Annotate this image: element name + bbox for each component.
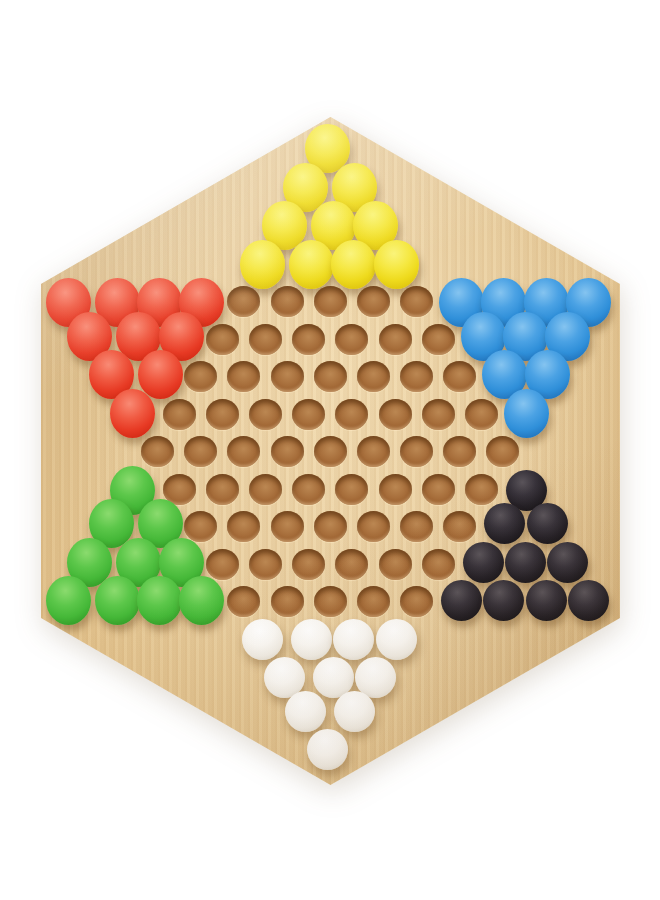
board-hole[interactable] [443, 511, 476, 542]
board-cell [93, 583, 136, 621]
board-cell [309, 508, 352, 546]
board-hole[interactable] [486, 436, 519, 467]
board-cell [395, 508, 438, 546]
white-peg[interactable] [334, 691, 375, 732]
blue-peg[interactable] [504, 389, 549, 438]
board-cell [244, 621, 287, 659]
board-cell [352, 658, 395, 696]
board-hole[interactable] [357, 361, 390, 392]
board-cell [222, 358, 265, 396]
board-cell [373, 246, 416, 284]
board-cell [352, 433, 395, 471]
board-cell [352, 583, 395, 621]
board-hole[interactable] [292, 474, 325, 505]
board-cell [373, 396, 416, 434]
board-cell [481, 433, 524, 471]
board-hole[interactable] [184, 361, 217, 392]
white-peg[interactable] [376, 619, 417, 660]
green-peg[interactable] [95, 576, 140, 625]
green-peg[interactable] [46, 576, 91, 625]
board-hole[interactable] [227, 361, 260, 392]
board-cell [352, 358, 395, 396]
board-cell [179, 583, 222, 621]
board-hole[interactable] [292, 324, 325, 355]
board-cell [481, 583, 524, 621]
board-cell [287, 321, 330, 359]
board-cell [265, 358, 308, 396]
black-peg[interactable] [568, 580, 609, 621]
board-cell [136, 358, 179, 396]
board-cell [352, 283, 395, 321]
board-cell [373, 471, 416, 509]
black-peg[interactable] [526, 580, 567, 621]
board-hole[interactable] [400, 511, 433, 542]
board-cell [481, 508, 524, 546]
white-peg[interactable] [242, 619, 283, 660]
board-hole[interactable] [271, 361, 304, 392]
board-hole[interactable] [379, 474, 412, 505]
board-cell [525, 583, 568, 621]
board-cell [525, 508, 568, 546]
board-cell [395, 433, 438, 471]
black-peg[interactable] [547, 542, 588, 583]
board-cell [287, 396, 330, 434]
board-hole[interactable] [465, 399, 498, 430]
board-cell [265, 208, 308, 246]
yellow-peg[interactable] [374, 240, 419, 289]
board-cell [222, 583, 265, 621]
board-cell [373, 621, 416, 659]
yellow-peg[interactable] [331, 240, 376, 289]
board-cell [50, 583, 93, 621]
black-peg[interactable] [484, 503, 525, 544]
board-hole[interactable] [443, 361, 476, 392]
board-cell [309, 733, 352, 771]
board-cell [201, 321, 244, 359]
board-hole[interactable] [335, 324, 368, 355]
board-hole[interactable] [227, 286, 260, 317]
board-cell [309, 358, 352, 396]
board-cell [287, 696, 330, 734]
board-cell [330, 471, 373, 509]
board-cell [438, 508, 481, 546]
white-peg[interactable] [333, 619, 374, 660]
board-hole[interactable] [314, 436, 347, 467]
board-cell [201, 471, 244, 509]
black-peg[interactable] [483, 580, 524, 621]
board-cell [309, 658, 352, 696]
board-hole[interactable] [335, 549, 368, 580]
board-hole[interactable] [422, 474, 455, 505]
board-grid [50, 133, 611, 771]
board-hole[interactable] [379, 399, 412, 430]
board-cell [438, 583, 481, 621]
red-peg[interactable] [110, 389, 155, 438]
board-hole[interactable] [400, 436, 433, 467]
board-cell [244, 246, 287, 284]
yellow-peg[interactable] [289, 240, 334, 289]
board-cell [265, 583, 308, 621]
board-hole[interactable] [271, 436, 304, 467]
board-hole[interactable] [249, 474, 282, 505]
white-peg[interactable] [285, 691, 326, 732]
board-cell [136, 433, 179, 471]
board-cell [417, 396, 460, 434]
board-hole[interactable] [422, 549, 455, 580]
board-hole[interactable] [400, 586, 433, 617]
board-hole[interactable] [357, 286, 390, 317]
board-cell [179, 433, 222, 471]
board-cell [373, 546, 416, 584]
board-cell [546, 546, 589, 584]
board-cell [244, 546, 287, 584]
board-hole[interactable] [227, 511, 260, 542]
board-cell [330, 546, 373, 584]
board-hole[interactable] [163, 399, 196, 430]
green-peg[interactable] [179, 576, 224, 625]
board-cell [352, 508, 395, 546]
black-peg[interactable] [463, 542, 504, 583]
board-cell [265, 283, 308, 321]
black-peg[interactable] [441, 580, 482, 621]
board-cell [309, 433, 352, 471]
board-cell [460, 471, 503, 509]
photo-background [0, 0, 660, 900]
white-peg[interactable] [307, 729, 348, 770]
board-cell [503, 396, 546, 434]
board-hole[interactable] [314, 361, 347, 392]
board-cell [222, 433, 265, 471]
board-hole[interactable] [206, 474, 239, 505]
board-hole[interactable] [335, 399, 368, 430]
board-cell [438, 433, 481, 471]
board-cell [309, 283, 352, 321]
board-hole[interactable] [422, 399, 455, 430]
board-hole[interactable] [379, 324, 412, 355]
board-cell [395, 358, 438, 396]
board-cell [222, 283, 265, 321]
board-hole[interactable] [400, 286, 433, 317]
black-peg[interactable] [527, 503, 568, 544]
board-hole[interactable] [314, 586, 347, 617]
board-cell [287, 621, 330, 659]
board-cell [460, 546, 503, 584]
board-cell [244, 321, 287, 359]
board-cell [309, 583, 352, 621]
board-cell [179, 358, 222, 396]
board-hole[interactable] [400, 361, 433, 392]
board-cell [201, 396, 244, 434]
board-hole[interactable] [249, 549, 282, 580]
board-hole[interactable] [206, 549, 239, 580]
board-hole[interactable] [184, 436, 217, 467]
board-cell [114, 396, 157, 434]
board-hole[interactable] [292, 399, 325, 430]
board-cell [265, 658, 308, 696]
board-cell [438, 358, 481, 396]
board-shadow [41, 117, 620, 785]
board-cell [417, 546, 460, 584]
board-hole[interactable] [357, 586, 390, 617]
board-cell [395, 583, 438, 621]
board-hole[interactable] [271, 586, 304, 617]
board-hole[interactable] [379, 549, 412, 580]
board-cell [330, 621, 373, 659]
board-cell [373, 321, 416, 359]
board-hole[interactable] [206, 324, 239, 355]
board-hole[interactable] [184, 511, 217, 542]
board-hole[interactable] [249, 324, 282, 355]
board-cell [244, 471, 287, 509]
board-hole[interactable] [422, 324, 455, 355]
board-hole[interactable] [227, 586, 260, 617]
board-hole[interactable] [357, 511, 390, 542]
board-hole[interactable] [314, 511, 347, 542]
board-cell [136, 583, 179, 621]
board-cell [244, 396, 287, 434]
board-cell [330, 696, 373, 734]
board-cell [330, 396, 373, 434]
board-cell [503, 546, 546, 584]
board-cell [417, 471, 460, 509]
white-peg[interactable] [291, 619, 332, 660]
board-cell [568, 583, 611, 621]
green-peg[interactable] [137, 576, 182, 625]
board-hole[interactable] [443, 436, 476, 467]
board-cell [330, 321, 373, 359]
board-cell [157, 396, 200, 434]
board-cell [417, 321, 460, 359]
board-hole[interactable] [292, 549, 325, 580]
board-cell [265, 508, 308, 546]
board-hole[interactable] [357, 436, 390, 467]
board-hole[interactable] [227, 436, 260, 467]
board-cell [287, 546, 330, 584]
board-hole[interactable] [249, 399, 282, 430]
board-hole[interactable] [271, 511, 304, 542]
board-cell [395, 283, 438, 321]
board-hole[interactable] [465, 474, 498, 505]
yellow-peg[interactable] [240, 240, 285, 289]
board-cell [287, 471, 330, 509]
black-peg[interactable] [505, 542, 546, 583]
chinese-checkers-board [41, 117, 620, 785]
board-hole[interactable] [335, 474, 368, 505]
board-cell [330, 246, 373, 284]
board-cell [287, 246, 330, 284]
board-cell [222, 508, 265, 546]
board-hole[interactable] [141, 436, 174, 467]
board-hole[interactable] [206, 399, 239, 430]
board-hole[interactable] [314, 286, 347, 317]
board-cell [503, 471, 546, 509]
board-hole[interactable] [271, 286, 304, 317]
board-cell [265, 433, 308, 471]
board-cell [460, 396, 503, 434]
